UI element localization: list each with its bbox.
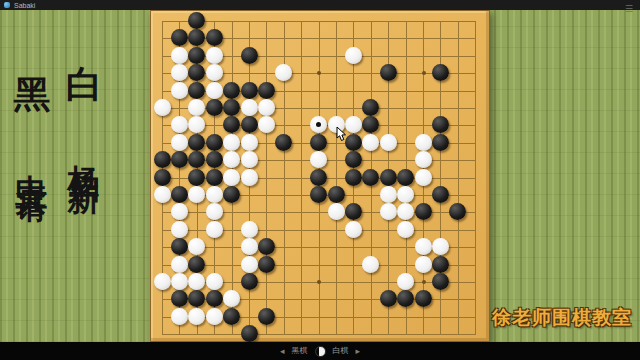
go-stone-black[interactable] bbox=[380, 169, 397, 186]
menu-icon[interactable]: ☰ bbox=[625, 5, 633, 14]
go-stone-white[interactable] bbox=[415, 238, 432, 255]
go-stone-black[interactable] bbox=[206, 151, 223, 168]
go-stone-black[interactable] bbox=[223, 82, 240, 99]
go-stone-black[interactable] bbox=[241, 273, 258, 290]
go-stone-white[interactable] bbox=[362, 134, 379, 151]
go-stone-black[interactable] bbox=[380, 290, 397, 307]
white-color-label: 白 bbox=[66, 66, 103, 103]
go-stone-white[interactable] bbox=[241, 169, 258, 186]
go-stone-black[interactable] bbox=[258, 308, 275, 325]
black-player-panel: 黑 申真谞 bbox=[8, 76, 56, 173]
go-stone-white[interactable] bbox=[380, 186, 397, 203]
go-stone-white[interactable] bbox=[171, 47, 188, 64]
go-stone-white[interactable] bbox=[171, 134, 188, 151]
white-player-name: 杨鼎新 bbox=[68, 139, 100, 163]
prev-move-button[interactable]: ◂ bbox=[280, 347, 285, 356]
go-stone-black[interactable] bbox=[432, 64, 449, 81]
go-stone-black[interactable] bbox=[380, 64, 397, 81]
white-player-panel: 白 杨鼎新 bbox=[60, 66, 108, 163]
go-stone-white[interactable] bbox=[171, 256, 188, 273]
go-stone-white[interactable] bbox=[206, 186, 223, 203]
go-stone-black[interactable] bbox=[310, 134, 327, 151]
go-stone-black[interactable] bbox=[415, 203, 432, 220]
white-turn-label[interactable]: 白棋 bbox=[333, 347, 349, 355]
go-stone-black[interactable] bbox=[362, 169, 379, 186]
go-stone-white[interactable] bbox=[397, 273, 414, 290]
go-stone-white[interactable] bbox=[223, 134, 240, 151]
go-stone-white[interactable] bbox=[258, 99, 275, 116]
title-bar: Sabaki bbox=[0, 0, 640, 10]
go-stone-black[interactable] bbox=[223, 99, 240, 116]
go-stone-white[interactable] bbox=[154, 99, 171, 116]
go-stone-white[interactable] bbox=[345, 47, 362, 64]
mouse-cursor-icon bbox=[336, 127, 348, 142]
go-stone-black[interactable] bbox=[275, 134, 292, 151]
go-stone-black[interactable] bbox=[432, 273, 449, 290]
go-stone-white[interactable] bbox=[206, 47, 223, 64]
go-stone-black[interactable] bbox=[328, 186, 345, 203]
go-stone-black[interactable] bbox=[171, 186, 188, 203]
star-point bbox=[422, 280, 426, 284]
go-stone-black[interactable] bbox=[258, 256, 275, 273]
go-stone-black[interactable] bbox=[206, 134, 223, 151]
go-stone-black[interactable] bbox=[310, 186, 327, 203]
go-stone-black[interactable] bbox=[171, 238, 188, 255]
go-stone-white[interactable] bbox=[415, 169, 432, 186]
black-player-name: 申真谞 bbox=[16, 149, 48, 173]
go-stone-white[interactable] bbox=[241, 134, 258, 151]
go-stone-black[interactable] bbox=[206, 169, 223, 186]
black-color-label: 黑 bbox=[14, 76, 51, 113]
watermark-text: 徐老师围棋教室 bbox=[492, 305, 632, 331]
go-stone-white[interactable] bbox=[380, 203, 397, 220]
go-stone-white[interactable] bbox=[171, 82, 188, 99]
go-stone-white[interactable] bbox=[362, 256, 379, 273]
go-stone-black[interactable] bbox=[223, 186, 240, 203]
go-stone-white[interactable] bbox=[171, 273, 188, 290]
go-stone-black[interactable] bbox=[188, 134, 205, 151]
go-stone-black[interactable] bbox=[345, 151, 362, 168]
go-stone-white[interactable] bbox=[154, 273, 171, 290]
go-stone-black[interactable] bbox=[258, 238, 275, 255]
go-stone-black[interactable] bbox=[415, 290, 432, 307]
go-stone-black[interactable] bbox=[188, 82, 205, 99]
go-stone-black[interactable] bbox=[188, 256, 205, 273]
go-stone-white[interactable] bbox=[241, 99, 258, 116]
go-stone-black[interactable] bbox=[206, 29, 223, 46]
go-stone-white[interactable] bbox=[328, 203, 345, 220]
go-stone-black[interactable] bbox=[241, 325, 258, 342]
next-move-button[interactable]: ▸ bbox=[356, 347, 361, 356]
go-stone-white[interactable] bbox=[241, 221, 258, 238]
last-move-marker bbox=[316, 122, 321, 127]
go-stone-white[interactable] bbox=[397, 186, 414, 203]
go-stone-white[interactable] bbox=[415, 256, 432, 273]
go-stone-black[interactable] bbox=[154, 169, 171, 186]
go-stone-black[interactable] bbox=[241, 82, 258, 99]
go-stone-black[interactable] bbox=[397, 169, 414, 186]
go-stone-white[interactable] bbox=[241, 151, 258, 168]
go-stone-white[interactable] bbox=[415, 134, 432, 151]
go-stone-black[interactable] bbox=[310, 169, 327, 186]
go-stone-black[interactable] bbox=[188, 169, 205, 186]
go-stone-black[interactable] bbox=[188, 47, 205, 64]
go-stone-black[interactable] bbox=[241, 47, 258, 64]
go-stone-white[interactable] bbox=[432, 238, 449, 255]
go-stone-white[interactable] bbox=[206, 273, 223, 290]
go-stone-white[interactable] bbox=[223, 169, 240, 186]
go-stone-black[interactable] bbox=[241, 116, 258, 133]
go-stone-white[interactable] bbox=[241, 256, 258, 273]
window-title: Sabaki bbox=[14, 2, 35, 9]
go-stone-white[interactable] bbox=[206, 203, 223, 220]
go-stone-black[interactable] bbox=[258, 82, 275, 99]
go-stone-white[interactable] bbox=[345, 221, 362, 238]
app-window: Sabaki 黑 申真谞 白 杨鼎新 徐老师围棋教室 ◂ 黑棋 白棋 ▸ ☰ bbox=[0, 0, 640, 360]
go-board[interactable] bbox=[150, 10, 490, 342]
go-stone-black[interactable] bbox=[432, 186, 449, 203]
go-stone-white[interactable] bbox=[206, 221, 223, 238]
go-stone-white[interactable] bbox=[171, 221, 188, 238]
go-stone-white[interactable] bbox=[171, 64, 188, 81]
bottom-bar: ◂ 黑棋 白棋 ▸ bbox=[0, 342, 640, 360]
go-stone-black[interactable] bbox=[206, 290, 223, 307]
go-stone-white[interactable] bbox=[206, 308, 223, 325]
go-stone-white[interactable] bbox=[206, 82, 223, 99]
go-stone-white[interactable] bbox=[188, 308, 205, 325]
go-stone-white[interactable] bbox=[171, 308, 188, 325]
star-point bbox=[422, 71, 426, 75]
go-stone-black[interactable] bbox=[432, 256, 449, 273]
go-stone-black[interactable] bbox=[154, 151, 171, 168]
go-stone-black[interactable] bbox=[223, 308, 240, 325]
go-stone-white[interactable] bbox=[397, 221, 414, 238]
sabaki-app-icon bbox=[4, 2, 10, 8]
go-stone-black[interactable] bbox=[432, 134, 449, 151]
go-stone-black[interactable] bbox=[345, 169, 362, 186]
go-stone-white[interactable] bbox=[241, 238, 258, 255]
go-stone-black[interactable] bbox=[206, 99, 223, 116]
go-stone-white[interactable] bbox=[206, 64, 223, 81]
go-stone-white[interactable] bbox=[415, 151, 432, 168]
go-stone-white[interactable] bbox=[380, 134, 397, 151]
go-stone-white[interactable] bbox=[154, 186, 171, 203]
go-stone-black[interactable] bbox=[171, 151, 188, 168]
turn-stone-icon[interactable] bbox=[315, 346, 326, 357]
black-turn-label[interactable]: 黑棋 bbox=[292, 347, 308, 355]
